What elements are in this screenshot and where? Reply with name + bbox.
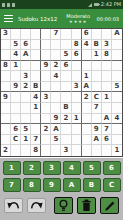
cell-r10c7[interactable]	[61, 124, 71, 135]
cell-r6c6[interactable]	[51, 82, 61, 93]
cell-r1c8[interactable]	[72, 29, 82, 40]
cell-r2c3[interactable]: 6	[21, 40, 31, 51]
cell-r3c2[interactable]: 4	[11, 50, 21, 61]
cell-r3c9[interactable]	[82, 50, 92, 61]
cell-r3c3[interactable]: A	[21, 50, 31, 61]
cell-r11c4[interactable]: 7	[31, 135, 41, 146]
cell-r6c7[interactable]	[61, 82, 71, 93]
cell-r4c6[interactable]: 2	[51, 61, 61, 72]
notes-button[interactable]	[100, 197, 119, 214]
cell-r6c2[interactable]: 9	[11, 82, 21, 93]
cell-r9c5[interactable]	[41, 114, 51, 125]
page-title: Sudoku 12x12	[18, 16, 57, 22]
cell-r1c5[interactable]	[41, 29, 51, 40]
erase-button[interactable]	[77, 197, 96, 214]
cell-r8c10[interactable]: 7	[92, 103, 102, 114]
cell-r4c3[interactable]	[21, 61, 31, 72]
cell-r4c8[interactable]	[72, 61, 82, 72]
cell-r7c4[interactable]: 4	[31, 92, 41, 103]
cell-r1c9[interactable]: 6	[82, 29, 92, 40]
cell-r1c11[interactable]	[102, 29, 112, 40]
cell-r11c7[interactable]	[61, 135, 71, 146]
pencil-icon	[104, 200, 116, 212]
undo-button[interactable]	[4, 198, 23, 213]
cell-r10c11[interactable]: 7	[102, 124, 112, 135]
cell-r2c1[interactable]	[1, 40, 11, 51]
difficulty-block: Moderato ★★★★	[66, 14, 90, 24]
cell-r3c8[interactable]: 6	[72, 50, 82, 61]
cell-r2c4[interactable]	[31, 40, 41, 51]
cell-r12c1[interactable]: 2	[1, 145, 11, 156]
game-timer: 00:00:03	[97, 16, 119, 22]
cell-r7c1[interactable]: 9	[1, 92, 11, 103]
bottom-panel: 123456 789ABC	[0, 158, 123, 220]
cell-r7c9[interactable]: 2	[82, 92, 92, 103]
cell-r3c7[interactable]: 5	[61, 50, 71, 61]
cell-r6c8[interactable]: 3	[72, 82, 82, 93]
cell-r10c2[interactable]: 6	[11, 124, 21, 135]
cell-r5c7[interactable]	[61, 71, 71, 82]
cell-r12c10[interactable]	[92, 145, 102, 156]
cell-r2c11[interactable]: 3	[102, 40, 112, 51]
cell-r11c2[interactable]: C	[11, 135, 21, 146]
cell-r8c2[interactable]	[11, 103, 21, 114]
signal-icon	[88, 3, 92, 7]
cell-r3c4[interactable]	[31, 50, 41, 61]
numpad-button-B[interactable]: B	[83, 178, 101, 192]
cell-r1c1[interactable]: 3	[1, 29, 11, 40]
cell-r12c8[interactable]	[72, 145, 82, 156]
cell-r2c10[interactable]: B	[92, 40, 102, 51]
status-time: 2:42 PM	[101, 2, 121, 7]
cell-r7c8[interactable]	[72, 92, 82, 103]
cell-r7c12[interactable]	[112, 92, 122, 103]
cell-r9c3[interactable]	[21, 114, 31, 125]
cell-r4c7[interactable]: 6	[61, 61, 71, 72]
notification-icon	[12, 3, 15, 7]
cell-r7c10[interactable]: C	[92, 92, 102, 103]
toolbar	[2, 197, 121, 214]
cell-r9c1[interactable]	[1, 114, 11, 125]
notification-icon	[2, 3, 5, 7]
cell-r7c5[interactable]: 3	[41, 92, 51, 103]
cell-r9c8[interactable]: 1	[72, 114, 82, 125]
numpad-button-A[interactable]: A	[63, 178, 81, 192]
cell-r6c9[interactable]: A	[82, 82, 92, 93]
sudoku-board: 376A5684B34A56188192634192B3A59432C11B79…	[0, 28, 123, 157]
cell-r3c11[interactable]: 8	[102, 50, 112, 61]
cell-r1c3[interactable]	[21, 29, 31, 40]
cell-r2c7[interactable]	[61, 40, 71, 51]
cell-r4c11[interactable]	[102, 61, 112, 72]
difficulty-label: Moderato	[66, 14, 90, 19]
lightbulb-icon	[58, 199, 69, 212]
cell-r10c5[interactable]: 2	[41, 124, 51, 135]
cell-r1c12[interactable]: A	[112, 29, 122, 40]
cell-r2c6[interactable]	[51, 40, 61, 51]
cell-r10c9[interactable]	[82, 124, 92, 135]
cell-r8c8[interactable]	[72, 103, 82, 114]
cell-r2c9[interactable]: 4	[82, 40, 92, 51]
cell-r5c6[interactable]: 4	[51, 71, 61, 82]
cell-r12c9[interactable]	[82, 145, 92, 156]
trash-icon	[81, 199, 92, 212]
cell-r6c12[interactable]: 5	[112, 82, 122, 93]
notification-icon	[7, 3, 10, 7]
cell-r12c3[interactable]	[21, 145, 31, 156]
cell-r7c6[interactable]	[51, 92, 61, 103]
cell-r8c12[interactable]	[112, 103, 122, 114]
cell-r9c12[interactable]: 4	[112, 114, 122, 125]
cell-r8c7[interactable]: B	[61, 103, 71, 114]
cell-r6c3[interactable]: 2	[21, 82, 31, 93]
undo-icon	[7, 201, 20, 211]
cell-r10c12[interactable]	[112, 124, 122, 135]
cell-r7c7[interactable]	[61, 92, 71, 103]
numpad-button-7[interactable]: 7	[3, 178, 21, 192]
cell-r4c4[interactable]	[31, 61, 41, 72]
numpad-button-2[interactable]: 2	[23, 161, 41, 175]
numpad-button-9[interactable]: 9	[43, 178, 61, 192]
numpad-button-4[interactable]: 4	[63, 161, 81, 175]
cell-r3c1[interactable]	[1, 50, 11, 61]
cell-r10c3[interactable]: 5	[21, 124, 31, 135]
cell-r2c8[interactable]: 8	[72, 40, 82, 51]
cell-r3c5[interactable]	[41, 50, 51, 61]
cell-r2c12[interactable]	[112, 40, 122, 51]
cell-r12c6[interactable]	[51, 145, 61, 156]
board-area: 376A5684B34A56188192634192B3A59432C11B79…	[0, 28, 123, 158]
cell-r4c1[interactable]: 8	[1, 61, 11, 72]
cell-r3c12[interactable]	[112, 50, 122, 61]
cell-r5c1[interactable]	[1, 71, 11, 82]
difficulty-stars: ★★★★	[69, 20, 87, 24]
cell-r9c7[interactable]: 2	[61, 114, 71, 125]
numpad-row-1: 123456	[2, 161, 121, 175]
cell-r5c12[interactable]	[112, 71, 122, 82]
cell-r8c6[interactable]	[51, 103, 61, 114]
redo-icon	[30, 201, 43, 211]
cell-r11c12[interactable]	[112, 135, 122, 146]
cell-r1c6[interactable]: 7	[51, 29, 61, 40]
cell-r11c10[interactable]: A	[92, 135, 102, 146]
cell-r11c8[interactable]	[72, 135, 82, 146]
cell-r3c6[interactable]	[51, 50, 61, 61]
cell-r10c10[interactable]: 9	[92, 124, 102, 135]
cell-r9c10[interactable]	[92, 114, 102, 125]
cell-r7c11[interactable]: 1	[102, 92, 112, 103]
cell-r11c1[interactable]	[1, 135, 11, 146]
cell-r10c1[interactable]	[1, 124, 11, 135]
cell-r10c4[interactable]	[31, 124, 41, 135]
cell-r8c1[interactable]	[1, 103, 11, 114]
cell-r12c2[interactable]	[11, 145, 21, 156]
cell-r11c3[interactable]: 1	[21, 135, 31, 146]
cell-r2c2[interactable]: 5	[11, 40, 21, 51]
cell-r1c4[interactable]	[31, 29, 41, 40]
cell-r4c5[interactable]: 9	[41, 61, 51, 72]
cell-r5c11[interactable]	[102, 71, 112, 82]
cell-r4c12[interactable]	[112, 61, 122, 72]
battery-icon	[94, 3, 99, 7]
cell-r9c11[interactable]: A	[102, 114, 112, 125]
cell-r7c2[interactable]	[11, 92, 21, 103]
hint-button[interactable]	[54, 197, 73, 214]
cell-r8c11[interactable]	[102, 103, 112, 114]
numpad-row-2: 789ABC	[2, 178, 121, 192]
cell-r12c7[interactable]: 3	[61, 145, 71, 156]
cell-r7c3[interactable]	[21, 92, 31, 103]
cell-r12c5[interactable]	[41, 145, 51, 156]
numpad-button-1[interactable]: 1	[3, 161, 21, 175]
cell-r5c5[interactable]	[41, 71, 51, 82]
cell-r6c1[interactable]	[1, 82, 11, 93]
numpad-button-3[interactable]: 3	[43, 161, 61, 175]
numpad-button-C[interactable]: C	[103, 178, 121, 192]
cell-r2c5[interactable]	[41, 40, 51, 51]
numpad-button-8[interactable]: 8	[23, 178, 41, 192]
cell-r5c4[interactable]	[31, 71, 41, 82]
cell-r4c10[interactable]	[92, 61, 102, 72]
cell-r10c6[interactable]: A	[51, 124, 61, 135]
cell-r11c5[interactable]	[41, 135, 51, 146]
status-bar: 2:42 PM	[0, 0, 123, 9]
cell-r5c2[interactable]	[11, 71, 21, 82]
cell-r9c2[interactable]	[11, 114, 21, 125]
app-bar: Sudoku 12x12 Moderato ★★★★ 00:00:03	[0, 9, 123, 28]
cell-r4c2[interactable]: 1	[11, 61, 21, 72]
cell-r1c7[interactable]	[61, 29, 71, 40]
cell-r12c4[interactable]: 8	[31, 145, 41, 156]
redo-button[interactable]	[27, 198, 46, 213]
cell-r1c10[interactable]	[92, 29, 102, 40]
cell-r9c9[interactable]	[82, 114, 92, 125]
cell-r4c9[interactable]	[82, 61, 92, 72]
cell-r5c3[interactable]: 3	[21, 71, 31, 82]
cell-r6c5[interactable]	[41, 82, 51, 93]
menu-icon[interactable]	[4, 15, 13, 22]
cell-r9c4[interactable]	[31, 114, 41, 125]
cell-r11c11[interactable]: 6	[102, 135, 112, 146]
cell-r10c8[interactable]	[72, 124, 82, 135]
cell-r8c5[interactable]	[41, 103, 51, 114]
cell-r6c4[interactable]: B	[31, 82, 41, 93]
cell-r3c10[interactable]: 1	[92, 50, 102, 61]
cell-r6c11[interactable]	[102, 82, 112, 93]
cell-r8c9[interactable]	[82, 103, 92, 114]
cell-r5c10[interactable]	[92, 71, 102, 82]
cell-r11c6[interactable]: 5	[51, 135, 61, 146]
cell-r12c11[interactable]	[102, 145, 112, 156]
cell-r5c9[interactable]: 1	[82, 71, 92, 82]
cell-r11c9[interactable]	[82, 135, 92, 146]
cell-r8c4[interactable]: 1	[31, 103, 41, 114]
cell-r9c6[interactable]: 9	[51, 114, 61, 125]
cell-r1c2[interactable]	[11, 29, 21, 40]
numpad-button-6[interactable]: 6	[103, 161, 121, 175]
cell-r5c8[interactable]	[72, 71, 82, 82]
cell-r8c3[interactable]	[21, 103, 31, 114]
numpad-button-5[interactable]: 5	[83, 161, 101, 175]
cell-r12c12[interactable]: 1	[112, 145, 122, 156]
cell-r6c10[interactable]	[92, 82, 102, 93]
